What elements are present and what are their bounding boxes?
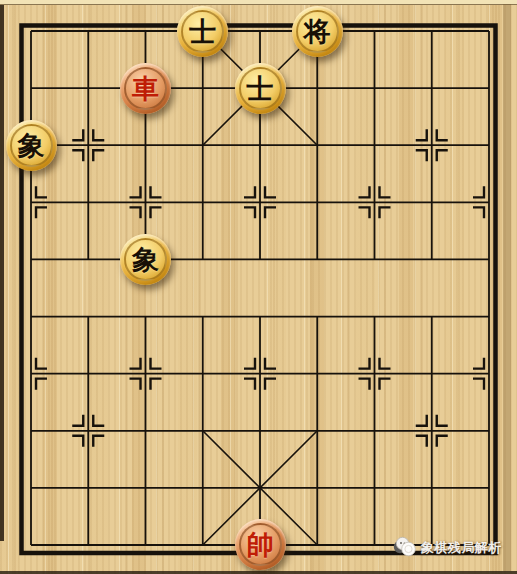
red-general[interactable]: 帥 (235, 519, 286, 570)
piece-character: 士 (189, 18, 216, 45)
black-general[interactable]: 将 (292, 6, 343, 57)
black-elephant[interactable]: 象 (6, 120, 57, 171)
piece-character: 象 (18, 132, 45, 159)
black-advisor[interactable]: 士 (235, 63, 286, 114)
red-chariot[interactable]: 車 (120, 63, 171, 114)
piece-character: 将 (304, 18, 331, 45)
piece-character: 帥 (247, 531, 274, 558)
piece-character: 象 (132, 246, 159, 273)
black-advisor[interactable]: 士 (177, 6, 228, 57)
xiangqi-board: 士将車士象象帥 象棋残局解析 (0, 0, 517, 574)
black-elephant[interactable]: 象 (120, 234, 171, 285)
watermark: 象棋残局解析 (393, 536, 502, 559)
piece-character: 士 (247, 75, 274, 102)
watermark-logo-icon (393, 536, 418, 559)
piece-character: 車 (132, 75, 159, 102)
watermark-text: 象棋残局解析 (421, 539, 502, 557)
